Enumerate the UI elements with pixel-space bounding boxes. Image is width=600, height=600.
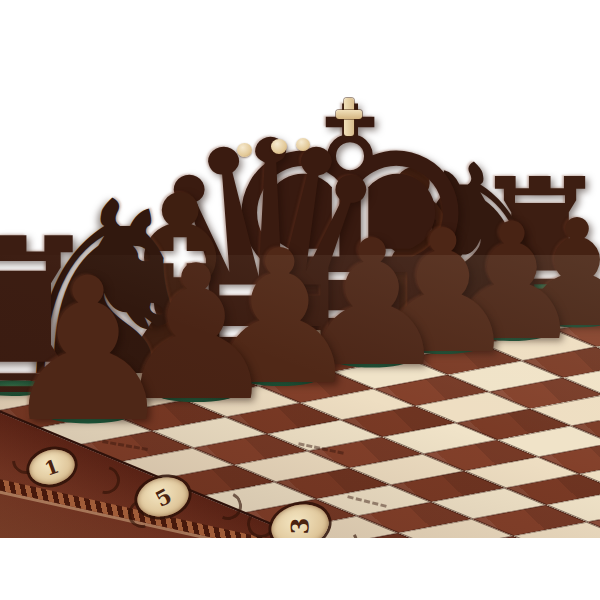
chess-set-photo: 1 5 3 ♜ ♞ ♝ ♛ ♚ ♝ ♞ ♜ ♟ ♟ ♟ ♟ ♟ ♟ ♟ [0, 0, 600, 600]
frame-coordinate-label: 5 [152, 484, 175, 509]
piece-a7-pawn[interactable]: ♟ [0, 252, 177, 450]
frame-coordinate-label: 1 [43, 456, 62, 478]
photo-crop-white [0, 538, 600, 600]
queen-crown-ball [296, 138, 310, 151]
frame-coordinate-label: 3 [288, 517, 312, 534]
